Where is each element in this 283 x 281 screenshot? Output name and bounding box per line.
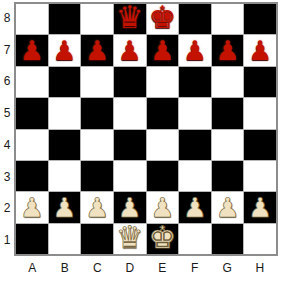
square-c3[interactable] [81,161,113,191]
rank-label-5: 5 [0,97,14,129]
square-e6[interactable] [147,67,179,97]
board: ♛♚♟♟♟♟♟♟♟♟♟♟♟♟♟♟♟♟♛♚ [14,2,278,256]
square-g4[interactable] [212,130,244,160]
square-g5[interactable] [212,98,244,128]
square-e8[interactable]: ♚ [147,4,179,34]
file-label-d: D [114,257,147,279]
file-label-b: B [49,257,82,279]
red-pawn[interactable]: ♟ [150,37,174,64]
file-label-f: F [179,257,212,279]
square-e7[interactable]: ♟ [147,35,179,65]
square-h7[interactable]: ♟ [244,35,276,65]
square-d8[interactable]: ♛ [114,4,146,34]
square-c1[interactable] [81,224,113,254]
white-pawn[interactable]: ♟ [248,194,272,221]
file-label-h: H [244,257,277,279]
rank-labels: 87654321 [0,2,14,256]
square-b5[interactable] [49,98,81,128]
square-d3[interactable] [114,161,146,191]
square-d6[interactable] [114,67,146,97]
white-pawn[interactable]: ♟ [52,194,76,221]
square-f7[interactable]: ♟ [179,35,211,65]
white-pawn[interactable]: ♟ [118,194,142,221]
square-f1[interactable] [179,224,211,254]
rank-label-1: 1 [0,224,14,256]
square-d5[interactable] [114,98,146,128]
square-d1[interactable]: ♛ [114,224,146,254]
red-pawn[interactable]: ♟ [85,37,109,64]
square-a8[interactable] [16,4,48,34]
square-f6[interactable] [179,67,211,97]
square-c5[interactable] [81,98,113,128]
square-h8[interactable] [244,4,276,34]
red-king[interactable]: ♚ [148,2,176,33]
square-b4[interactable] [49,130,81,160]
red-queen[interactable]: ♛ [116,2,144,33]
chess-diagram: 87654321 ♛♚♟♟♟♟♟♟♟♟♟♟♟♟♟♟♟♟♛♚ ABCDEFGH [0,0,283,281]
square-c8[interactable] [81,4,113,34]
rank-label-4: 4 [0,129,14,161]
red-pawn[interactable]: ♟ [215,37,239,64]
rank-label-2: 2 [0,193,14,225]
rank-label-8: 8 [0,2,14,34]
square-h6[interactable] [244,67,276,97]
red-pawn[interactable]: ♟ [248,37,272,64]
square-h3[interactable] [244,161,276,191]
white-king[interactable]: ♚ [148,222,176,253]
square-g6[interactable] [212,67,244,97]
square-a3[interactable] [16,161,48,191]
square-f3[interactable] [179,161,211,191]
square-c7[interactable]: ♟ [81,35,113,65]
square-e4[interactable] [147,130,179,160]
square-b6[interactable] [49,67,81,97]
white-pawn[interactable]: ♟ [183,194,207,221]
square-h1[interactable] [244,224,276,254]
white-pawn[interactable]: ♟ [85,194,109,221]
square-c6[interactable] [81,67,113,97]
rank-label-7: 7 [0,34,14,66]
red-pawn[interactable]: ♟ [118,37,142,64]
white-pawn[interactable]: ♟ [215,194,239,221]
white-pawn[interactable]: ♟ [150,194,174,221]
square-f5[interactable] [179,98,211,128]
file-label-a: A [16,257,49,279]
file-label-e: E [146,257,179,279]
square-h5[interactable] [244,98,276,128]
white-pawn[interactable]: ♟ [20,194,44,221]
file-label-c: C [81,257,114,279]
rank-label-6: 6 [0,66,14,98]
square-g2[interactable]: ♟ [212,192,244,222]
square-e5[interactable] [147,98,179,128]
square-e3[interactable] [147,161,179,191]
rank-label-3: 3 [0,161,14,193]
square-f8[interactable] [179,4,211,34]
square-b8[interactable] [49,4,81,34]
square-a4[interactable] [16,130,48,160]
red-pawn[interactable]: ♟ [20,37,44,64]
square-a1[interactable] [16,224,48,254]
square-b3[interactable] [49,161,81,191]
red-pawn[interactable]: ♟ [183,37,207,64]
square-d4[interactable] [114,130,146,160]
red-pawn[interactable]: ♟ [52,37,76,64]
square-f2[interactable]: ♟ [179,192,211,222]
square-a6[interactable] [16,67,48,97]
square-a2[interactable]: ♟ [16,192,48,222]
square-g7[interactable]: ♟ [212,35,244,65]
file-labels: ABCDEFGH [16,257,276,279]
square-b7[interactable]: ♟ [49,35,81,65]
square-a7[interactable]: ♟ [16,35,48,65]
square-g8[interactable] [212,4,244,34]
square-a5[interactable] [16,98,48,128]
square-c4[interactable] [81,130,113,160]
square-e1[interactable]: ♚ [147,224,179,254]
square-b1[interactable] [49,224,81,254]
square-g3[interactable] [212,161,244,191]
file-label-g: G [211,257,244,279]
white-queen[interactable]: ♛ [116,222,144,253]
square-g1[interactable] [212,224,244,254]
square-h2[interactable]: ♟ [244,192,276,222]
square-h4[interactable] [244,130,276,160]
square-c2[interactable]: ♟ [81,192,113,222]
square-b2[interactable]: ♟ [49,192,81,222]
square-d7[interactable]: ♟ [114,35,146,65]
square-f4[interactable] [179,130,211,160]
